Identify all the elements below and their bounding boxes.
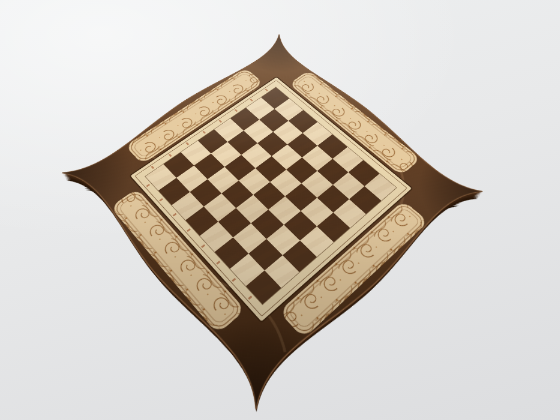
chessboard xyxy=(61,33,485,411)
photo-background xyxy=(0,0,560,420)
board-top-surface xyxy=(61,33,485,411)
